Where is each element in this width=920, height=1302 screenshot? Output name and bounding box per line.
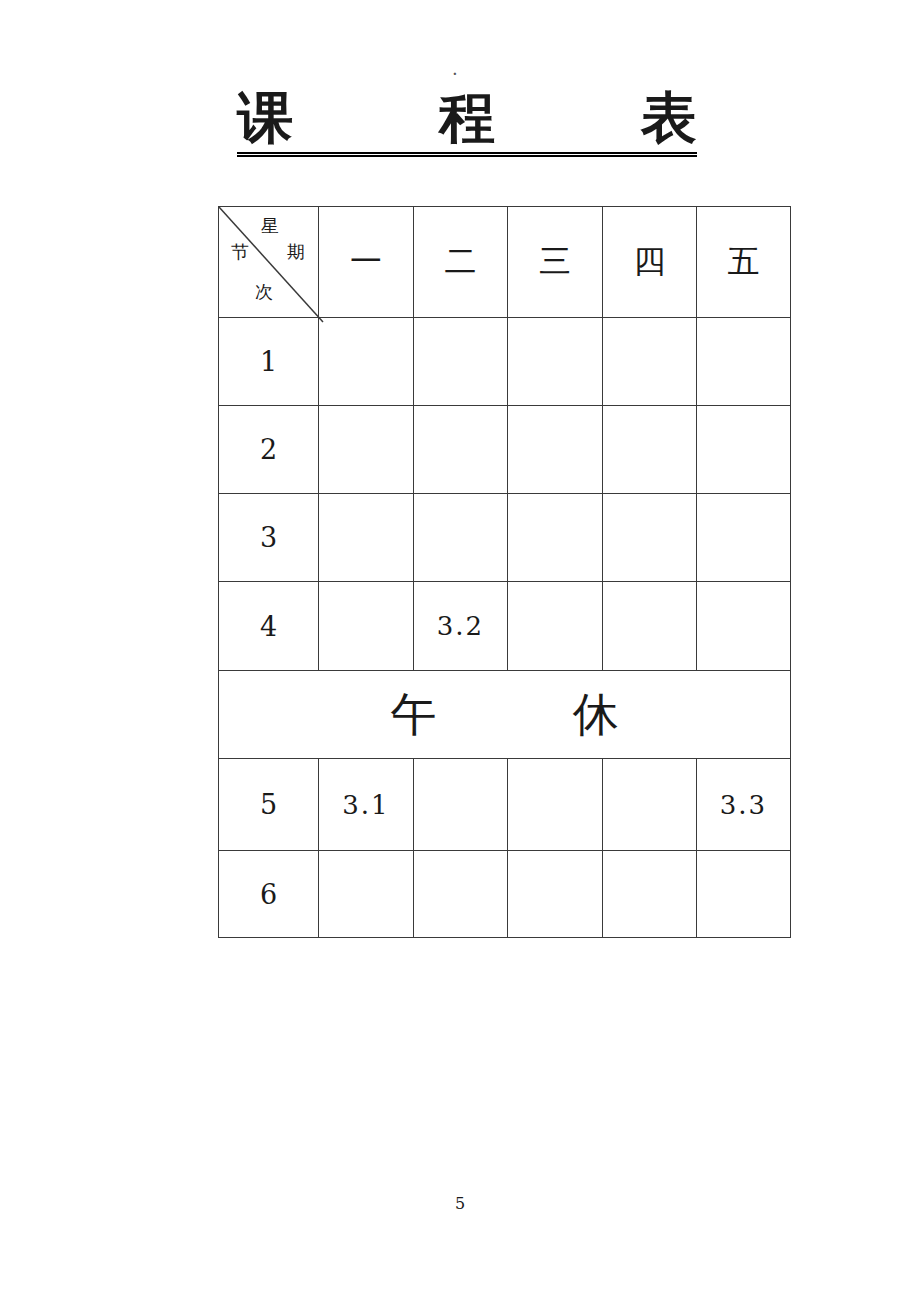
title-char: 表 <box>641 88 697 147</box>
page-title-text: 课 程 表 <box>237 88 697 147</box>
period-label: 1 <box>219 318 319 406</box>
schedule-cell: 3.3 <box>697 759 791 851</box>
day-header-fri: 五 <box>697 207 791 318</box>
schedule-cell <box>414 851 508 938</box>
schedule-cell <box>697 851 791 938</box>
schedule-cell <box>508 406 603 494</box>
corner-header-cell: 星 节 期 次 <box>219 207 319 318</box>
schedule-cell <box>319 406 414 494</box>
day-header-tue: 二 <box>414 207 508 318</box>
schedule-cell <box>508 851 603 938</box>
title-double-underline <box>237 152 697 157</box>
schedule-cell <box>697 318 791 406</box>
schedule-cell <box>508 494 603 582</box>
period-label: 4 <box>219 582 319 671</box>
day-header-mon: 一 <box>319 207 414 318</box>
schedule-cell <box>414 318 508 406</box>
schedule-cell <box>603 494 697 582</box>
page-number: 5 <box>0 1194 920 1213</box>
page-title: 课 程 表 <box>237 88 697 157</box>
schedule-cell <box>697 582 791 671</box>
corner-week-char-2: 期 <box>287 243 305 261</box>
title-char: 程 <box>439 88 495 147</box>
schedule-cell <box>319 582 414 671</box>
schedule-cell: 3.2 <box>414 582 508 671</box>
schedule-cell <box>603 851 697 938</box>
schedule-cell <box>508 582 603 671</box>
corner-week-char-1: 星 <box>261 217 279 235</box>
period-label: 5 <box>219 759 319 851</box>
document-page: . 课 程 表 星 节 期 次 一 二 三 四 五 1 <box>0 0 920 1302</box>
schedule-cell <box>603 759 697 851</box>
schedule-cell <box>508 759 603 851</box>
schedule-cell <box>414 494 508 582</box>
day-header-wed: 三 <box>508 207 603 318</box>
schedule-cell: 3.1 <box>319 759 414 851</box>
schedule-cell <box>697 494 791 582</box>
corner-period-char-1: 节 <box>231 243 249 261</box>
day-header-thu: 四 <box>603 207 697 318</box>
schedule-cell <box>603 318 697 406</box>
lunch-char: 午 <box>391 684 437 746</box>
schedule-cell <box>319 318 414 406</box>
title-char: 课 <box>237 88 293 147</box>
schedule-cell <box>508 318 603 406</box>
period-label: 6 <box>219 851 319 938</box>
schedule-cell <box>697 406 791 494</box>
lunch-break-row: 午 休 <box>219 671 791 759</box>
period-label: 2 <box>219 406 319 494</box>
corner-period-char-2: 次 <box>255 283 273 301</box>
period-label: 3 <box>219 494 319 582</box>
schedule-cell <box>603 406 697 494</box>
schedule-table: 星 节 期 次 一 二 三 四 五 1 2 3 4 3.2 <box>218 206 791 938</box>
schedule-cell <box>319 851 414 938</box>
schedule-cell <box>603 582 697 671</box>
stray-mark: . <box>452 58 458 79</box>
schedule-cell <box>319 494 414 582</box>
schedule-cell <box>414 759 508 851</box>
lunch-char: 休 <box>573 684 619 746</box>
schedule-cell <box>414 406 508 494</box>
